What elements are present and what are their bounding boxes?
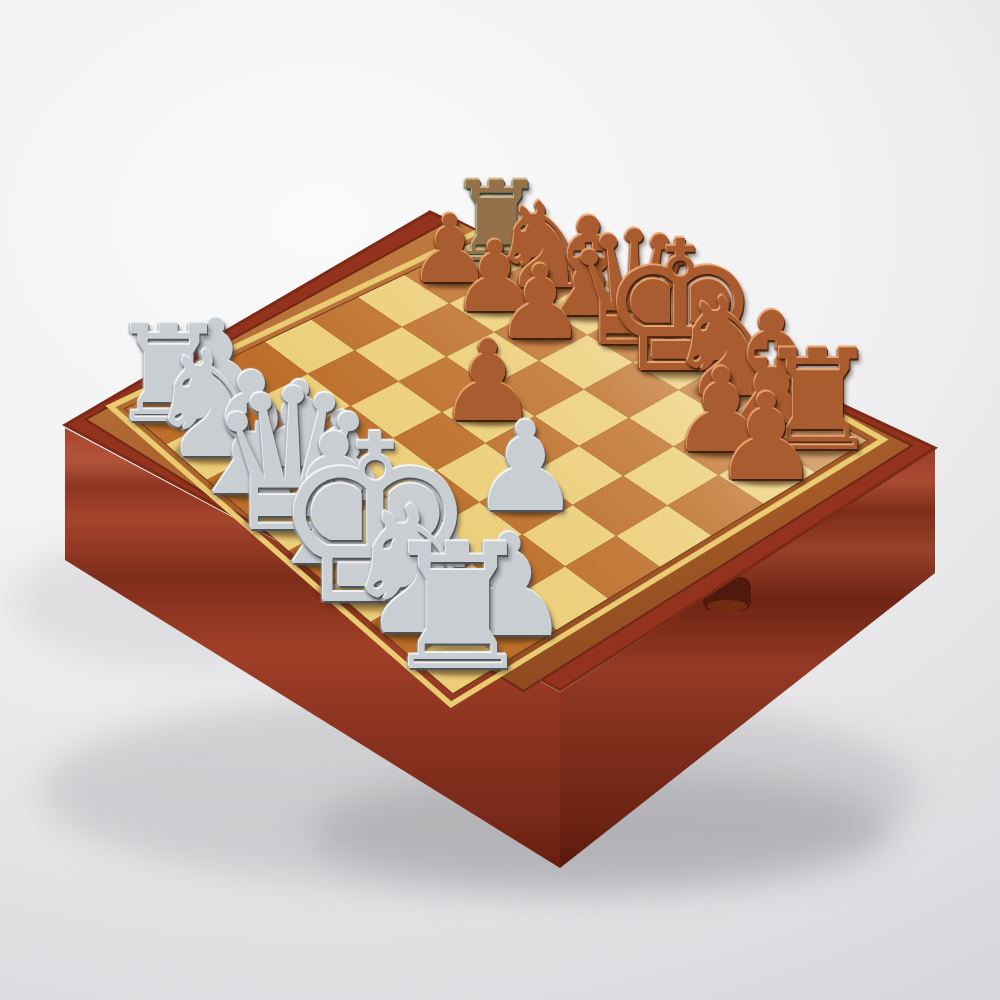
piece-shadow-g7 <box>694 438 757 458</box>
piece-shadow-c7 <box>517 327 572 344</box>
piece-shadow-e8 <box>635 349 733 380</box>
chess-board <box>0 0 1000 1000</box>
piece-shadow-d5 <box>462 407 523 426</box>
piece-shadow-d8 <box>596 324 681 351</box>
piece-shadow-b7 <box>473 300 526 317</box>
piece-shadow-a2 <box>190 385 249 404</box>
piece-shadow-g1 <box>373 612 468 642</box>
piece-shadow-h1 <box>415 647 509 677</box>
piece-shadow-g8 <box>734 405 818 431</box>
piece-shadow-f8 <box>693 380 767 403</box>
piece-shadow-f4 <box>496 495 563 516</box>
piece-shadow-d2 <box>313 485 379 506</box>
piece-shadow-h2 <box>475 619 551 643</box>
piece-shadow-c1 <box>210 473 301 502</box>
piece-shadow-b8 <box>515 274 580 294</box>
piece-shadow-h8 <box>784 433 859 457</box>
piece-shadow-a8 <box>471 248 530 267</box>
piece-shadow-a7 <box>429 272 480 288</box>
piece-shadow-d1 <box>244 505 350 538</box>
piece-shadow-c2 <box>272 452 336 472</box>
piece-shadow-e1 <box>289 542 387 573</box>
piece-shadow-h7 <box>738 466 803 486</box>
piece-shadow-f1 <box>317 572 443 612</box>
piece-shadow-c8 <box>556 299 629 322</box>
piece-shadow-b1 <box>174 439 254 464</box>
chess-set-product-photo: ♜♞♝♛♚♞♝♜♟♟♟♟♟♟♜♞♝♛♝♚♞♜♟♟♟♟♟♟ <box>0 0 1000 1000</box>
piece-shadow-f2 <box>394 552 465 574</box>
piece-shadow-a1 <box>137 406 210 429</box>
